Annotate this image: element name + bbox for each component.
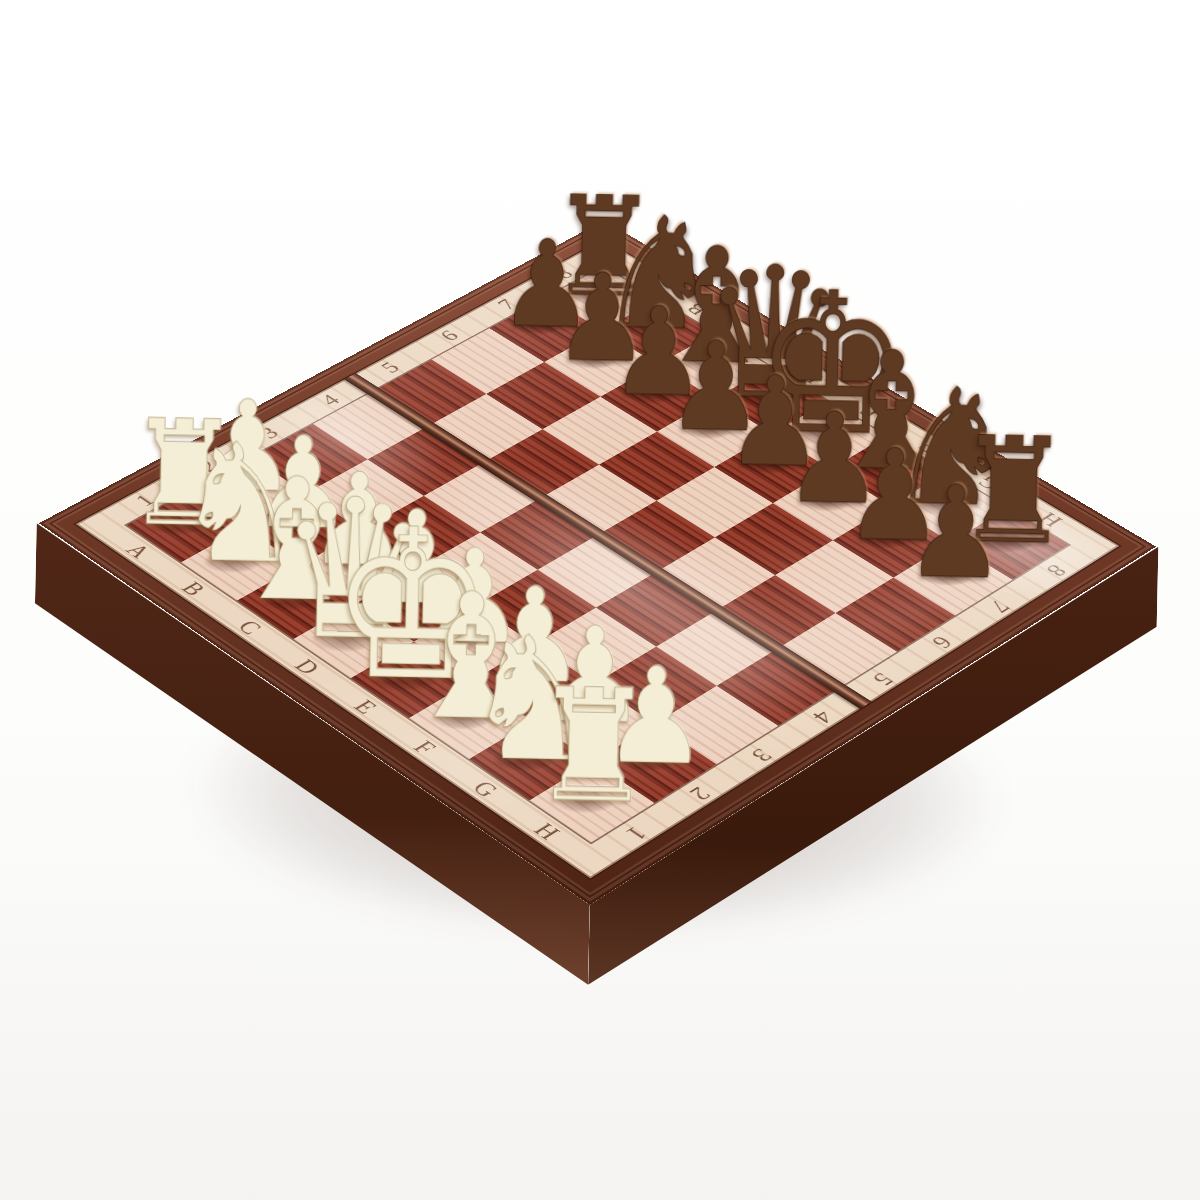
white-rook[interactable]: ♜ xyxy=(530,668,656,826)
page-root: AA11BB22CC33DD44EE55FF66GG77HH88 ♜♞♝♛♚♝♞… xyxy=(0,0,1200,1200)
black-pawn[interactable]: ♟ xyxy=(905,468,1008,597)
stage: AA11BB22CC33DD44EE55FF66GG77HH88 ♜♞♝♛♚♝♞… xyxy=(0,0,1200,1200)
pieces-layer: ♜♞♝♛♚♝♞♜♟♟♟♟♟♟♟♟♟♟♟♟♟♟♟♟♜♞♝♛♚♝♞♜ xyxy=(0,0,1200,1200)
